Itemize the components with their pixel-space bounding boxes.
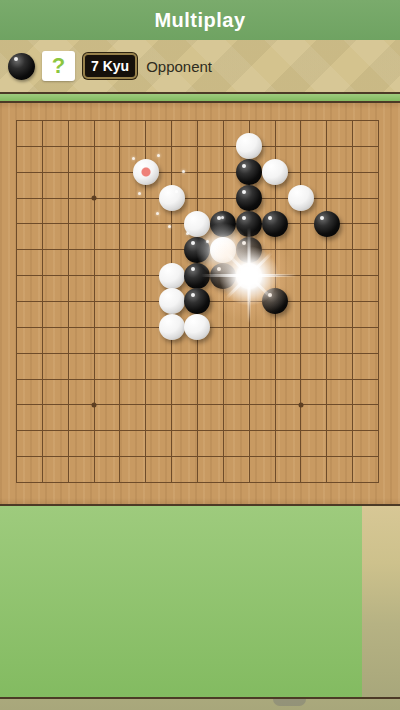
white-stone — [236, 133, 262, 159]
opponent-name-label: Opponent — [146, 58, 212, 75]
black-stone — [262, 211, 288, 237]
black-stone — [184, 288, 210, 314]
opponent-timer-strip — [0, 92, 400, 103]
opponent-rank-badge: 7 Kyu — [83, 53, 137, 80]
black-stone — [184, 263, 210, 289]
sparkle-effect — [156, 212, 159, 215]
me-timer-strip — [0, 504, 400, 699]
black-stone — [210, 211, 236, 237]
board-grid[interactable] — [16, 120, 379, 483]
sparkle-effect — [175, 190, 178, 193]
black-stone — [236, 159, 262, 185]
sparkle-effect — [206, 240, 209, 243]
app-screen: Multiplay ? 7 Kyu Opponent — [0, 0, 400, 710]
me-timer-fill — [0, 506, 362, 697]
star-point — [298, 402, 303, 407]
white-stone — [184, 314, 210, 340]
sparkle-effect — [186, 232, 189, 235]
white-stone — [159, 314, 185, 340]
opponent-bar: ? 7 Kyu Opponent — [0, 40, 400, 92]
white-stone — [262, 159, 288, 185]
question-mark-icon: ? — [52, 55, 65, 77]
sparkle-effect — [182, 170, 185, 173]
page-title: Multiplay — [0, 0, 400, 40]
opponent-timer-fill — [0, 94, 400, 101]
star-point — [92, 402, 97, 407]
white-stone — [159, 185, 185, 211]
opponent-flag-unknown: ? — [42, 51, 75, 81]
black-stone — [314, 211, 340, 237]
white-stone — [159, 288, 185, 314]
sparkle-effect — [138, 192, 141, 195]
white-stone — [210, 237, 236, 263]
black-stone — [236, 237, 262, 263]
white-stone — [288, 185, 314, 211]
black-stone — [236, 211, 262, 237]
black-stone — [236, 185, 262, 211]
white-stone — [159, 263, 185, 289]
opponent-row: ? 7 Kyu Opponent — [0, 51, 212, 81]
opponent-stone-avatar — [8, 53, 35, 80]
sparkle-effect — [221, 216, 224, 219]
black-stone — [262, 288, 288, 314]
white-stone — [236, 263, 262, 289]
sparkle-effect — [157, 154, 160, 157]
header-bar: Multiplay — [0, 0, 400, 40]
last-move-marker — [141, 167, 151, 177]
sparkle-effect — [132, 157, 135, 160]
black-stone — [210, 263, 236, 289]
goban — [0, 103, 400, 504]
white-stone — [133, 159, 159, 185]
sparkle-effect — [168, 225, 171, 228]
star-point — [92, 196, 97, 201]
